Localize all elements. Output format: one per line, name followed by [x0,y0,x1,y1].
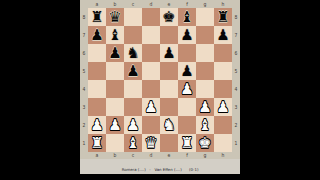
square-b5 [106,62,124,80]
rank-labels-left: 87654321 [80,8,88,152]
chess-board: ♜♛♚♝♜♟♝♟♟♟♞♟♟♟♟♟♟♟♟♟♟♞♝♜♝♛♜♚ [88,8,232,152]
square-c1: ♝ [124,134,142,152]
white-pawn-piece: ♟ [126,116,139,134]
square-h8: ♜ [214,8,232,26]
black-pawn-piece: ♟ [108,44,121,62]
square-a1: ♜ [88,134,106,152]
square-c3 [124,98,142,116]
white-pawn-piece: ♟ [180,80,193,98]
square-a7: ♟ [88,26,106,44]
file-label-e: e [160,0,178,8]
white-pawn-piece: ♟ [198,98,211,116]
file-label-g: g [196,152,214,159]
white-bishop-piece: ♝ [126,134,139,152]
square-e4 [160,80,178,98]
square-a4 [88,80,106,98]
square-d2 [142,116,160,134]
rank-label-4: 4 [80,80,88,98]
black-queen-piece: ♛ [108,8,121,26]
letterbox-right [240,0,320,180]
square-h5 [214,62,232,80]
square-c7 [124,26,142,44]
square-g3: ♟ [196,98,214,116]
square-e1 [160,134,178,152]
file-label-c: c [124,0,142,8]
white-queen-piece: ♛ [144,134,157,152]
square-b8: ♛ [106,8,124,26]
square-b3 [106,98,124,116]
square-f5: ♟ [178,62,196,80]
white-rook-piece: ♜ [180,134,193,152]
square-d7 [142,26,160,44]
square-f3 [178,98,196,116]
black-pawn-piece: ♟ [180,62,193,80]
letterbox-bottom [80,174,240,180]
chessboard-panel: abcdefgh 87654321 ♜♛♚♝♜♟♝♟♟♟♞♟♟♟♟♟♟♟♟♟♟♞… [80,0,240,180]
game-info-footer: Romera (....) - Van Effen (....) (0-1) E… [80,159,240,174]
square-g5 [196,62,214,80]
square-c2: ♟ [124,116,142,134]
rank-label-8: 8 [80,8,88,26]
rank-label-5: 5 [80,62,88,80]
file-label-h: h [214,152,232,159]
file-label-g: g [196,0,214,8]
square-g8 [196,8,214,26]
file-label-f: f [178,152,196,159]
square-b1 [106,134,124,152]
square-d8 [142,8,160,26]
square-f4: ♟ [178,80,196,98]
square-f1: ♜ [178,134,196,152]
square-e7 [160,26,178,44]
square-c5: ♟ [124,62,142,80]
square-h2 [214,116,232,134]
square-h3: ♟ [214,98,232,116]
white-pawn-piece: ♟ [216,98,229,116]
square-b6: ♟ [106,44,124,62]
file-label-e: e [160,152,178,159]
file-label-h: h [214,0,232,8]
square-d1: ♛ [142,134,160,152]
square-b2: ♟ [106,116,124,134]
black-pawn-piece: ♟ [90,26,103,44]
rank-label-5: 5 [232,62,240,80]
black-pawn-piece: ♟ [216,26,229,44]
white-knight-piece: ♞ [162,116,175,134]
black-pawn-piece: ♟ [162,44,175,62]
white-pawn-piece: ♟ [144,98,157,116]
file-label-d: d [142,152,160,159]
square-h6 [214,44,232,62]
square-c8 [124,8,142,26]
square-a6 [88,44,106,62]
square-g7 [196,26,214,44]
rank-label-1: 1 [232,134,240,152]
rank-label-3: 3 [80,98,88,116]
square-e3 [160,98,178,116]
black-rook-piece: ♜ [90,8,103,26]
square-a2: ♟ [88,116,106,134]
square-g2: ♝ [196,116,214,134]
rank-label-3: 3 [232,98,240,116]
rank-label-6: 6 [80,44,88,62]
square-h4 [214,80,232,98]
square-f6 [178,44,196,62]
black-pawn-piece: ♟ [180,26,193,44]
square-c4 [124,80,142,98]
letterbox-left [0,0,80,180]
black-bishop-piece: ♝ [180,8,193,26]
square-a3 [88,98,106,116]
white-rook-piece: ♜ [90,134,103,152]
file-label-a: a [88,0,106,8]
players-result-line: Romera (....) - Van Effen (....) (0-1) [80,168,240,172]
square-b7: ♝ [106,26,124,44]
square-h1 [214,134,232,152]
square-d4 [142,80,160,98]
square-b4 [106,80,124,98]
rank-label-1: 1 [80,134,88,152]
rank-label-8: 8 [232,8,240,26]
white-king-piece: ♚ [198,134,211,152]
file-label-b: b [106,152,124,159]
square-d3: ♟ [142,98,160,116]
square-d5 [142,62,160,80]
square-f7: ♟ [178,26,196,44]
rank-label-7: 7 [80,26,88,44]
square-a5 [88,62,106,80]
video-frame: abcdefgh 87654321 ♜♛♚♝♜♟♝♟♟♟♞♟♟♟♟♟♟♟♟♟♟♞… [0,0,320,180]
square-d6 [142,44,160,62]
square-e2: ♞ [160,116,178,134]
square-a8: ♜ [88,8,106,26]
file-label-a: a [88,152,106,159]
file-label-b: b [106,0,124,8]
file-label-c: c [124,152,142,159]
white-pawn-piece: ♟ [90,116,103,134]
rank-label-2: 2 [232,116,240,134]
file-label-f: f [178,0,196,8]
black-knight-piece: ♞ [126,44,139,62]
rank-label-2: 2 [80,116,88,134]
file-label-d: d [142,0,160,8]
square-g1: ♚ [196,134,214,152]
rank-labels-right: 87654321 [232,8,240,152]
square-e8: ♚ [160,8,178,26]
rank-label-4: 4 [232,80,240,98]
black-pawn-piece: ♟ [126,62,139,80]
square-g4 [196,80,214,98]
black-king-piece: ♚ [162,8,175,26]
square-e6: ♟ [160,44,178,62]
white-bishop-piece: ♝ [198,116,211,134]
square-f2 [178,116,196,134]
black-rook-piece: ♜ [216,8,229,26]
black-bishop-piece: ♝ [108,26,121,44]
rank-label-6: 6 [232,44,240,62]
rank-label-7: 7 [232,26,240,44]
square-e5 [160,62,178,80]
file-labels-bottom: abcdefgh [80,152,240,159]
square-f8: ♝ [178,8,196,26]
white-pawn-piece: ♟ [108,116,121,134]
square-c6: ♞ [124,44,142,62]
file-labels-top: abcdefgh [80,0,240,8]
square-h7: ♟ [214,26,232,44]
square-g6 [196,44,214,62]
